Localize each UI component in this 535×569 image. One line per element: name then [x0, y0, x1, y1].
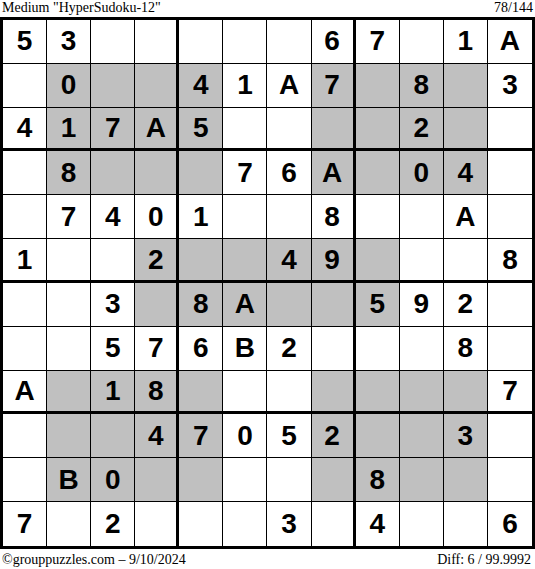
cell-r10c11-given: 3: [444, 414, 488, 458]
difficulty-rating: Diff: 6 / 99.9992: [437, 552, 531, 568]
cell-r1c3-empty[interactable]: [91, 20, 135, 64]
cell-r3c5-given: 5: [179, 108, 223, 152]
puzzle-title: Medium "HyperSudoku-12": [2, 0, 161, 16]
cell-r4c7-given: 6: [267, 151, 311, 195]
cell-r1c12-given: A: [488, 20, 532, 64]
cell-r1c7-empty[interactable]: [267, 20, 311, 64]
cell-r8c9-empty[interactable]: [356, 327, 400, 371]
cell-r4c10-given: 0: [400, 151, 444, 195]
cell-r11c1-empty[interactable]: [3, 458, 47, 502]
remaining-cells-counter: 78/144: [494, 0, 533, 16]
cell-r9c3-given: 1: [91, 371, 135, 415]
cell-r8c12-empty[interactable]: [488, 327, 532, 371]
cell-r4c3-empty[interactable]: [91, 151, 135, 195]
cell-r5c11-given: A: [444, 195, 488, 239]
cell-r4c4-empty[interactable]: [135, 151, 179, 195]
puzzle-page: Medium "HyperSudoku-12" 78/144 53671A041…: [0, 0, 535, 569]
cell-r1c6-empty[interactable]: [223, 20, 267, 64]
cell-r11c10-empty[interactable]: [400, 458, 444, 502]
cell-r3c6-empty[interactable]: [223, 108, 267, 152]
cell-r6c11-empty[interactable]: [444, 239, 488, 283]
cell-r2c2-given: 0: [47, 64, 91, 108]
cell-r9c2-empty[interactable]: [47, 371, 91, 415]
cell-r8c2-empty[interactable]: [47, 327, 91, 371]
cell-r12c11-empty[interactable]: [444, 502, 488, 546]
cell-r1c2-given: 3: [47, 20, 91, 64]
cell-r5c7-empty[interactable]: [267, 195, 311, 239]
cell-r12c12-given: 6: [488, 502, 532, 546]
cell-r10c4-given: 4: [135, 414, 179, 458]
cell-r12c3-given: 2: [91, 502, 135, 546]
cell-r12c4-empty[interactable]: [135, 502, 179, 546]
cell-r1c8-given: 6: [312, 20, 356, 64]
cell-r4c2-given: 8: [47, 151, 91, 195]
cell-r6c12-given: 8: [488, 239, 532, 283]
cell-r2c4-empty[interactable]: [135, 64, 179, 108]
cell-r8c11-given: 8: [444, 327, 488, 371]
cell-r9c12-given: 7: [488, 371, 532, 415]
cell-r7c10-given: 9: [400, 283, 444, 327]
cell-r4c5-empty[interactable]: [179, 151, 223, 195]
cell-r9c8-empty[interactable]: [312, 371, 356, 415]
cell-r2c9-empty[interactable]: [356, 64, 400, 108]
cell-r11c9-given: 8: [356, 458, 400, 502]
cell-r7c2-empty[interactable]: [47, 283, 91, 327]
cell-r12c10-empty[interactable]: [400, 502, 444, 546]
cell-r11c5-empty[interactable]: [179, 458, 223, 502]
cell-r2c1-empty[interactable]: [3, 64, 47, 108]
cell-r8c3-given: 5: [91, 327, 135, 371]
cell-r4c11-given: 4: [444, 151, 488, 195]
cell-r4c6-given: 7: [223, 151, 267, 195]
cell-r2c6-given: 1: [223, 64, 267, 108]
cell-r12c7-given: 3: [267, 502, 311, 546]
cell-r6c4-given: 2: [135, 239, 179, 283]
cell-r5c10-empty[interactable]: [400, 195, 444, 239]
cell-r1c9-given: 7: [356, 20, 400, 64]
cell-r10c9-empty[interactable]: [356, 414, 400, 458]
cell-r8c6-given: B: [223, 327, 267, 371]
cell-r9c5-empty[interactable]: [179, 371, 223, 415]
cell-r3c4-given: A: [135, 108, 179, 152]
cell-r11c8-empty[interactable]: [312, 458, 356, 502]
cell-r11c6-empty[interactable]: [223, 458, 267, 502]
cell-r1c10-empty[interactable]: [400, 20, 444, 64]
cell-r6c2-empty[interactable]: [47, 239, 91, 283]
cell-r1c5-empty[interactable]: [179, 20, 223, 64]
cell-r6c5-empty[interactable]: [179, 239, 223, 283]
cell-r9c4-given: 8: [135, 371, 179, 415]
cell-r7c9-given: 5: [356, 283, 400, 327]
cell-r4c12-empty[interactable]: [488, 151, 532, 195]
cell-r2c5-given: 4: [179, 64, 223, 108]
cell-r7c1-empty[interactable]: [3, 283, 47, 327]
cell-r6c7-given: 4: [267, 239, 311, 283]
cell-r5c12-empty[interactable]: [488, 195, 532, 239]
cell-r7c11-given: 2: [444, 283, 488, 327]
cell-r3c9-empty[interactable]: [356, 108, 400, 152]
cell-r9c1-given: A: [3, 371, 47, 415]
cell-r12c8-empty[interactable]: [312, 502, 356, 546]
cell-r3c7-empty[interactable]: [267, 108, 311, 152]
cell-r6c6-empty[interactable]: [223, 239, 267, 283]
cell-r7c6-given: A: [223, 283, 267, 327]
cell-r12c6-empty[interactable]: [223, 502, 267, 546]
cell-r7c5-given: 8: [179, 283, 223, 327]
cell-r2c12-given: 3: [488, 64, 532, 108]
cell-r9c11-empty[interactable]: [444, 371, 488, 415]
cell-r11c11-empty[interactable]: [444, 458, 488, 502]
cell-r6c9-empty[interactable]: [356, 239, 400, 283]
cell-r12c2-empty[interactable]: [47, 502, 91, 546]
cell-r9c9-empty[interactable]: [356, 371, 400, 415]
cell-r2c3-empty[interactable]: [91, 64, 135, 108]
cell-r10c1-empty[interactable]: [3, 414, 47, 458]
cell-r3c1-given: 4: [3, 108, 47, 152]
cell-r10c10-empty[interactable]: [400, 414, 444, 458]
cell-r8c1-empty[interactable]: [3, 327, 47, 371]
cell-r2c10-given: 8: [400, 64, 444, 108]
cell-r9c7-empty[interactable]: [267, 371, 311, 415]
cell-r5c8-given: 8: [312, 195, 356, 239]
cell-r8c10-empty[interactable]: [400, 327, 444, 371]
cell-r10c3-empty[interactable]: [91, 414, 135, 458]
cell-r8c5-given: 6: [179, 327, 223, 371]
cell-r8c7-given: 2: [267, 327, 311, 371]
cell-r6c3-empty[interactable]: [91, 239, 135, 283]
copyright-date: ©grouppuzzles.com – 9/10/2024: [2, 552, 186, 568]
cell-r9c10-empty[interactable]: [400, 371, 444, 415]
cell-r7c12-empty[interactable]: [488, 283, 532, 327]
cell-r4c8-given: A: [312, 151, 356, 195]
cell-r5c1-empty[interactable]: [3, 195, 47, 239]
cell-r5c5-given: 1: [179, 195, 223, 239]
cell-r5c6-empty[interactable]: [223, 195, 267, 239]
cell-r8c4-given: 7: [135, 327, 179, 371]
cell-r11c12-empty[interactable]: [488, 458, 532, 502]
cell-r12c1-given: 7: [3, 502, 47, 546]
cell-r10c2-empty[interactable]: [47, 414, 91, 458]
cell-r8c8-empty[interactable]: [312, 327, 356, 371]
cell-r10c8-given: 2: [312, 414, 356, 458]
cell-r9c6-empty[interactable]: [223, 371, 267, 415]
cell-r6c10-empty[interactable]: [400, 239, 444, 283]
cell-r10c12-empty[interactable]: [488, 414, 532, 458]
cell-r5c2-given: 7: [47, 195, 91, 239]
cell-r3c10-given: 2: [400, 108, 444, 152]
cell-r7c7-empty[interactable]: [267, 283, 311, 327]
cell-r3c11-empty[interactable]: [444, 108, 488, 152]
cell-r7c8-empty[interactable]: [312, 283, 356, 327]
cell-r10c5-given: 7: [179, 414, 223, 458]
cell-r7c3-given: 3: [91, 283, 135, 327]
cell-r5c3-given: 4: [91, 195, 135, 239]
cell-r4c1-empty[interactable]: [3, 151, 47, 195]
cell-r2c8-given: 7: [312, 64, 356, 108]
cell-r11c7-empty[interactable]: [267, 458, 311, 502]
cell-r11c4-empty[interactable]: [135, 458, 179, 502]
cell-r1c4-empty[interactable]: [135, 20, 179, 64]
cell-r11c2-given: B: [47, 458, 91, 502]
cell-r2c7-given: A: [267, 64, 311, 108]
cell-r3c8-empty[interactable]: [312, 108, 356, 152]
cell-r11c3-given: 0: [91, 458, 135, 502]
cell-r6c1-given: 1: [3, 239, 47, 283]
cell-r10c7-given: 5: [267, 414, 311, 458]
cell-r1c1-given: 5: [3, 20, 47, 64]
cell-r1c11-given: 1: [444, 20, 488, 64]
cell-r12c5-empty[interactable]: [179, 502, 223, 546]
cell-r2c11-empty[interactable]: [444, 64, 488, 108]
cell-r3c2-given: 1: [47, 108, 91, 152]
cell-r3c12-empty[interactable]: [488, 108, 532, 152]
cell-r12c9-given: 4: [356, 502, 400, 546]
cell-r5c4-given: 0: [135, 195, 179, 239]
cell-r4c9-empty[interactable]: [356, 151, 400, 195]
sudoku-grid: 53671A041A783417A52876A0474018A1249838A5…: [0, 17, 535, 549]
cell-r5c9-empty[interactable]: [356, 195, 400, 239]
cell-r3c3-given: 7: [91, 108, 135, 152]
cell-r10c6-given: 0: [223, 414, 267, 458]
cell-r6c8-given: 9: [312, 239, 356, 283]
cell-r7c4-empty[interactable]: [135, 283, 179, 327]
